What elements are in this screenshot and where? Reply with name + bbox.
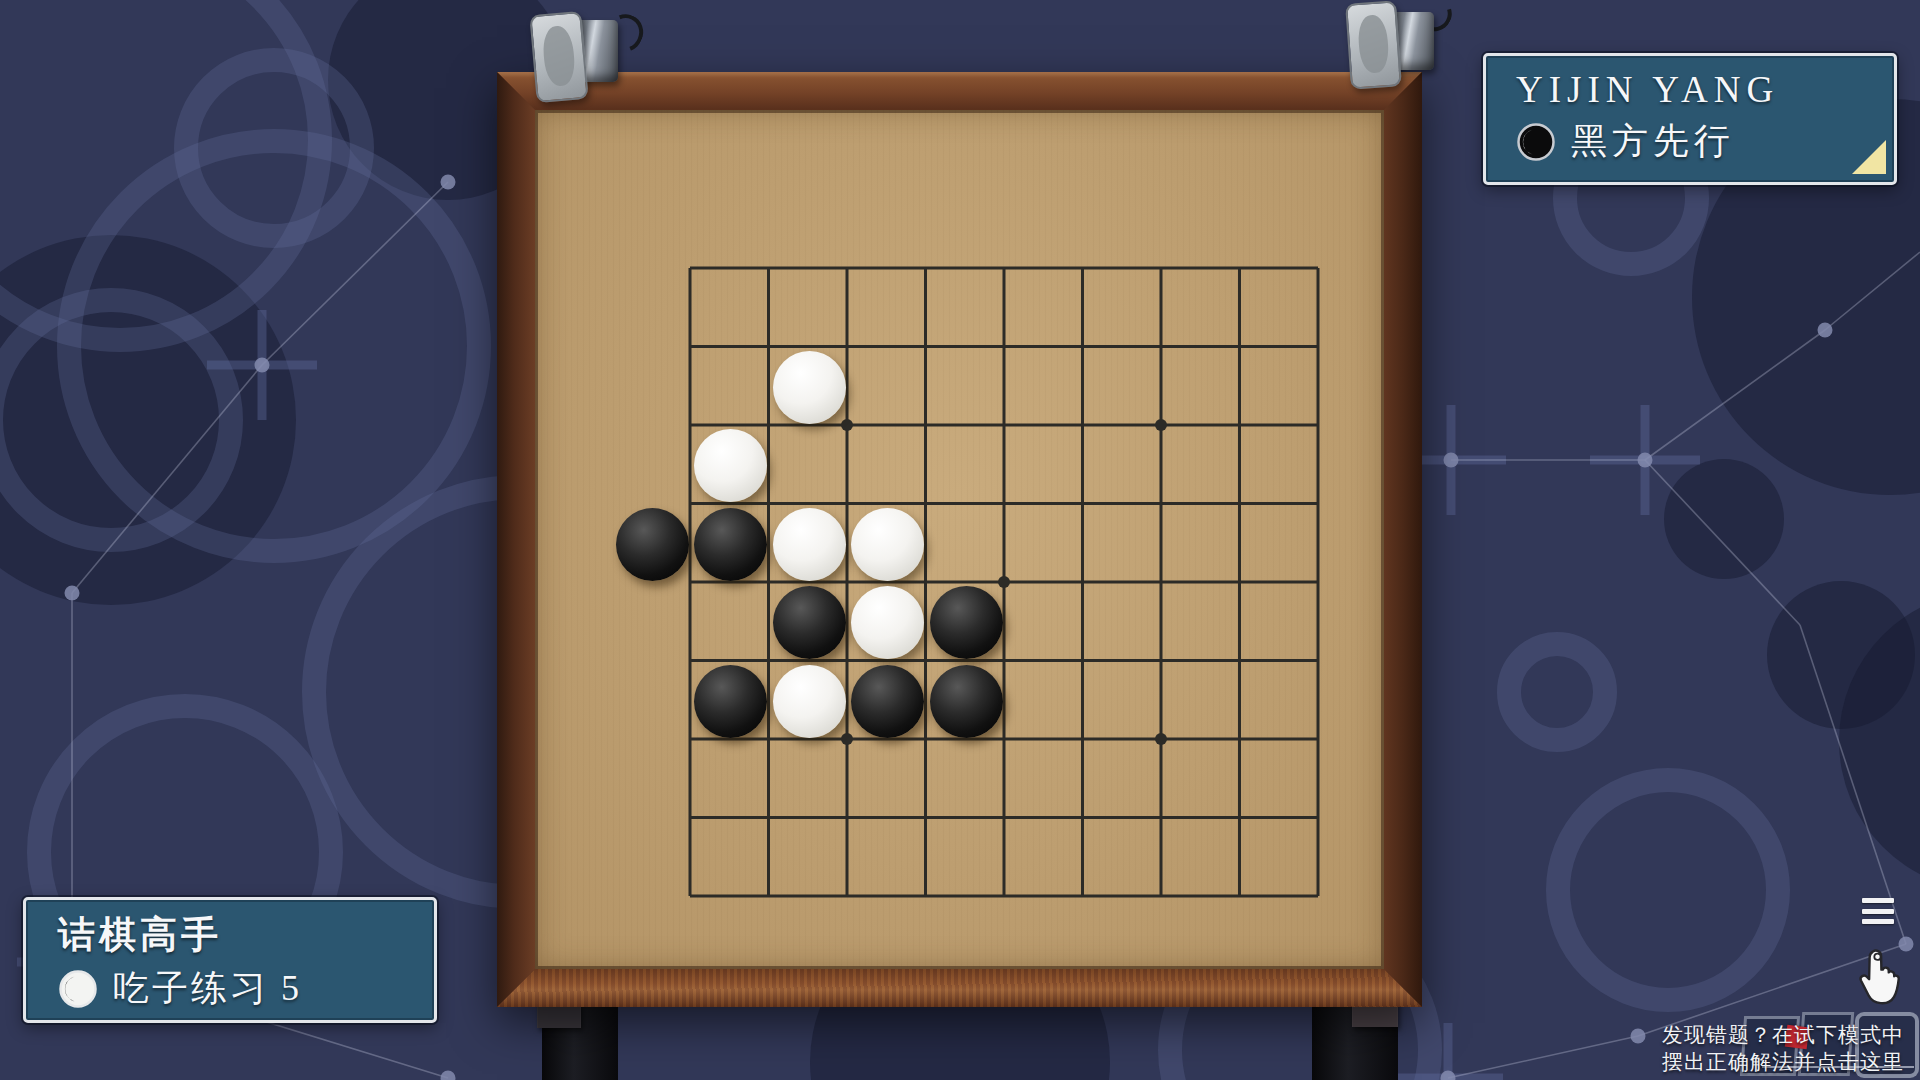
hamburger-menu-icon[interactable] [1862, 898, 1894, 930]
corner-fold-triangle [1852, 140, 1886, 174]
stone-white [773, 351, 846, 424]
clamp-plate [1345, 0, 1402, 89]
black-stone-icon [1516, 122, 1556, 162]
turn-label: 黑方先行 [1571, 117, 1735, 166]
stone-black [694, 508, 767, 581]
clamp-pad [1357, 14, 1390, 74]
puzzle-category: 诘棋高手 [58, 910, 434, 960]
app-title: YIJIN YANG [1516, 68, 1894, 111]
clamp-pad [541, 25, 576, 87]
stone-black [930, 586, 1003, 659]
menu-bar [1862, 909, 1894, 914]
hand-pointer-icon [1850, 946, 1904, 1009]
white-stone-icon [58, 969, 98, 1009]
stone-white [851, 508, 924, 581]
star-point [1155, 733, 1167, 745]
star-point [1155, 419, 1167, 431]
menu-bar [1862, 898, 1894, 903]
stone-black [851, 665, 924, 738]
note-line2-click-here[interactable]: 摆出正确解法并点击这里 [1662, 1049, 1904, 1076]
player-turn-badge[interactable]: YIJIN YANG 黑方先行 [1483, 53, 1897, 185]
game-screen: YIJIN YANG 黑方先行 诘棋高手 吃子练习 5 [0, 0, 1920, 1080]
stone-black [616, 508, 689, 581]
error-report-note: 发现错题？在试下模式中 摆出正确解法并点击这里 [1662, 1022, 1904, 1076]
menu-bar [1862, 919, 1894, 924]
note-line1: 发现错题？在试下模式中 [1662, 1022, 1904, 1049]
stone-black [694, 665, 767, 738]
stone-white [773, 665, 846, 738]
stone-black [773, 586, 846, 659]
star-point [841, 419, 853, 431]
clamp-plate [529, 11, 588, 103]
stone-white [773, 508, 846, 581]
frame-right [1384, 72, 1422, 1007]
stone-black [930, 665, 1003, 738]
exercise-label: 吃子练习 5 [113, 964, 302, 1013]
stone-white [694, 429, 767, 502]
frame-left [497, 72, 535, 1007]
star-point [841, 733, 853, 745]
puzzle-info-badge: 诘棋高手 吃子练习 5 [23, 897, 437, 1023]
star-point [998, 576, 1010, 588]
go-board [497, 72, 1422, 1007]
stone-white [851, 586, 924, 659]
frame-bottom [497, 969, 1422, 1007]
frame-top [497, 72, 1422, 110]
